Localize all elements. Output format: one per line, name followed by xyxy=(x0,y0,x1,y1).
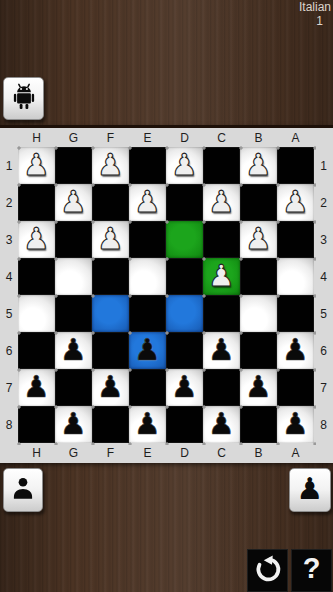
white-pawn: ♟ xyxy=(245,150,272,180)
square-F1[interactable]: ♟ xyxy=(92,147,129,184)
file-label-E: E xyxy=(129,128,166,147)
robot-icon xyxy=(11,83,37,115)
square-G1[interactable] xyxy=(55,147,92,184)
black-pawn: ♟ xyxy=(134,409,161,439)
square-A2[interactable]: ♟ xyxy=(277,184,314,221)
rank-label-4: 4 xyxy=(0,258,18,295)
black-pawn: ♟ xyxy=(282,335,309,365)
white-pawn: ♟ xyxy=(23,150,50,180)
rank-label-6: 6 xyxy=(314,332,333,369)
square-F3[interactable]: ♟ xyxy=(92,221,129,258)
white-pawn: ♟ xyxy=(208,261,235,291)
square-F4[interactable] xyxy=(92,258,129,295)
help-button[interactable]: ? xyxy=(291,549,332,592)
black-pawn: ♟ xyxy=(97,372,124,402)
square-B3[interactable]: ♟ xyxy=(240,221,277,258)
square-G5[interactable] xyxy=(55,295,92,332)
status-header: Italian 1 xyxy=(299,1,331,29)
black-pawn: ♟ xyxy=(134,335,161,365)
black-pawn: ♟ xyxy=(208,409,235,439)
file-label-G: G xyxy=(55,443,92,463)
square-A7[interactable] xyxy=(277,369,314,406)
square-C3[interactable] xyxy=(203,221,240,258)
square-B7[interactable]: ♟ xyxy=(240,369,277,406)
square-G7[interactable] xyxy=(55,369,92,406)
file-labels-bottom: HGFEDCBA xyxy=(18,443,314,463)
square-F7[interactable]: ♟ xyxy=(92,369,129,406)
square-C1[interactable] xyxy=(203,147,240,184)
square-F6[interactable] xyxy=(92,332,129,369)
square-F2[interactable] xyxy=(92,184,129,221)
square-F5[interactable] xyxy=(92,295,129,332)
square-D7[interactable]: ♟ xyxy=(166,369,203,406)
square-E2[interactable]: ♟ xyxy=(129,184,166,221)
rank-label-4: 4 xyxy=(314,258,333,295)
square-A1[interactable] xyxy=(277,147,314,184)
white-pawn: ♟ xyxy=(134,187,161,217)
square-B6[interactable] xyxy=(240,332,277,369)
file-label-H: H xyxy=(18,128,55,147)
square-H2[interactable] xyxy=(18,184,55,221)
computer-player-button[interactable] xyxy=(3,77,44,120)
square-A5[interactable] xyxy=(277,295,314,332)
file-label-B: B xyxy=(240,128,277,147)
black-pawn: ♟ xyxy=(60,335,87,365)
question-mark-icon: ? xyxy=(303,552,321,585)
file-label-A: A xyxy=(277,443,314,463)
white-pawn: ♟ xyxy=(282,187,309,217)
white-pawn: ♟ xyxy=(23,224,50,254)
square-B4[interactable] xyxy=(240,258,277,295)
square-G2[interactable]: ♟ xyxy=(55,184,92,221)
file-label-B: B xyxy=(240,443,277,463)
black-pawn: ♟ xyxy=(208,335,235,365)
person-icon xyxy=(10,475,36,506)
rank-label-5: 5 xyxy=(314,295,333,332)
white-pawn: ♟ xyxy=(208,187,235,217)
square-E6[interactable]: ♟ xyxy=(129,332,166,369)
rank-label-6: 6 xyxy=(0,332,18,369)
file-label-D: D xyxy=(166,128,203,147)
rank-label-3: 3 xyxy=(314,221,333,258)
rank-label-3: 3 xyxy=(0,221,18,258)
app-screen: Italian 1 HGFEDCBA 1234567 xyxy=(0,0,333,592)
board-squares: ♟♟♟♟♟♟♟♟♟♟♟♟♟♟♟♟♟♟♟♟♟♟♟♟ xyxy=(18,147,314,443)
square-D2[interactable] xyxy=(166,184,203,221)
black-pawn-icon: ♟ xyxy=(297,474,324,504)
white-pawn: ♟ xyxy=(245,224,272,254)
file-label-F: F xyxy=(92,128,129,147)
file-label-G: G xyxy=(55,128,92,147)
square-H6[interactable] xyxy=(18,332,55,369)
square-G4[interactable] xyxy=(55,258,92,295)
square-H8[interactable] xyxy=(18,406,55,443)
rank-label-5: 5 xyxy=(0,295,18,332)
rank-label-7: 7 xyxy=(0,369,18,406)
square-H7[interactable]: ♟ xyxy=(18,369,55,406)
square-C4[interactable]: ♟ xyxy=(203,258,240,295)
square-E7[interactable] xyxy=(129,369,166,406)
black-pawn: ♟ xyxy=(60,409,87,439)
side-to-move-button[interactable]: ♟ xyxy=(289,468,331,512)
square-E3[interactable] xyxy=(129,221,166,258)
rank-labels-right: 12345678 xyxy=(314,147,333,443)
human-player-button[interactable] xyxy=(3,468,43,512)
rank-labels-left: 12345678 xyxy=(0,147,18,443)
file-label-H: H xyxy=(18,443,55,463)
variant-label: Italian xyxy=(299,1,331,15)
rank-label-8: 8 xyxy=(0,406,18,443)
square-C8[interactable]: ♟ xyxy=(203,406,240,443)
rank-label-2: 2 xyxy=(0,184,18,221)
square-D6[interactable] xyxy=(166,332,203,369)
file-label-A: A xyxy=(277,128,314,147)
square-H1[interactable]: ♟ xyxy=(18,147,55,184)
rank-label-1: 1 xyxy=(314,147,333,184)
square-B2[interactable] xyxy=(240,184,277,221)
square-E5[interactable] xyxy=(129,295,166,332)
file-labels-top: HGFEDCBA xyxy=(18,128,314,147)
square-A3[interactable] xyxy=(277,221,314,258)
square-E4[interactable] xyxy=(129,258,166,295)
file-label-C: C xyxy=(203,443,240,463)
black-pawn: ♟ xyxy=(23,372,50,402)
square-A4[interactable] xyxy=(277,258,314,295)
chess-board: HGFEDCBA 12345678 ♟♟♟♟♟♟♟♟♟♟♟♟♟♟♟♟♟♟♟♟♟♟… xyxy=(0,125,333,463)
square-A8[interactable]: ♟ xyxy=(277,406,314,443)
square-B1[interactable]: ♟ xyxy=(240,147,277,184)
square-C6[interactable]: ♟ xyxy=(203,332,240,369)
undo-button[interactable] xyxy=(247,549,288,592)
square-G3[interactable] xyxy=(55,221,92,258)
square-H4[interactable] xyxy=(18,258,55,295)
black-pawn: ♟ xyxy=(282,409,309,439)
square-B5[interactable] xyxy=(240,295,277,332)
square-E1[interactable] xyxy=(129,147,166,184)
file-label-F: F xyxy=(92,443,129,463)
file-label-C: C xyxy=(203,128,240,147)
square-D5[interactable] xyxy=(166,295,203,332)
square-B8[interactable] xyxy=(240,406,277,443)
square-D8[interactable] xyxy=(166,406,203,443)
rank-label-2: 2 xyxy=(314,184,333,221)
square-C7[interactable] xyxy=(203,369,240,406)
square-C5[interactable] xyxy=(203,295,240,332)
square-G8[interactable]: ♟ xyxy=(55,406,92,443)
square-H5[interactable] xyxy=(18,295,55,332)
square-G6[interactable]: ♟ xyxy=(55,332,92,369)
square-A6[interactable]: ♟ xyxy=(277,332,314,369)
white-pawn: ♟ xyxy=(171,150,198,180)
rank-label-1: 1 xyxy=(0,147,18,184)
move-number: 1 xyxy=(299,15,331,29)
rank-label-7: 7 xyxy=(314,369,333,406)
white-pawn: ♟ xyxy=(60,187,87,217)
file-label-E: E xyxy=(129,443,166,463)
square-C2[interactable]: ♟ xyxy=(203,184,240,221)
undo-icon xyxy=(253,554,283,588)
rank-label-8: 8 xyxy=(314,406,333,443)
black-pawn: ♟ xyxy=(245,372,272,402)
square-D1[interactable]: ♟ xyxy=(166,147,203,184)
white-pawn: ♟ xyxy=(97,224,124,254)
square-D4[interactable] xyxy=(166,258,203,295)
white-pawn: ♟ xyxy=(97,150,124,180)
square-H3[interactable]: ♟ xyxy=(18,221,55,258)
file-label-D: D xyxy=(166,443,203,463)
black-pawn: ♟ xyxy=(171,372,198,402)
square-F8[interactable] xyxy=(92,406,129,443)
square-E8[interactable]: ♟ xyxy=(129,406,166,443)
square-D3[interactable] xyxy=(166,221,203,258)
